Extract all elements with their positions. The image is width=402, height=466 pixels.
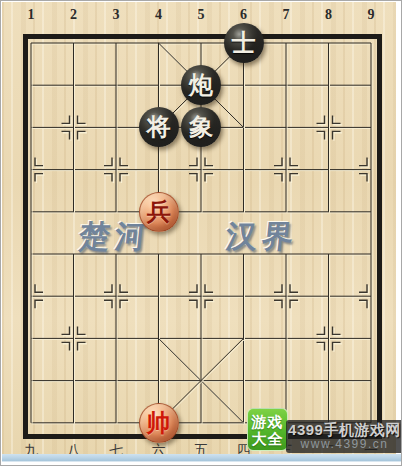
piece-glyph: 将 xyxy=(147,107,171,147)
bottom-strip xyxy=(2,454,402,462)
watermark-logo-icon: 游戏 大全 xyxy=(247,408,288,451)
piece-black-elephant[interactable]: 象 xyxy=(181,107,221,147)
watermark-logo-line2: 大全 xyxy=(252,430,284,447)
watermark-site-name: 4399手机游戏网 xyxy=(288,422,401,438)
watermark-site-url: www.4399.cn xyxy=(301,438,389,451)
coord-bottom-2: 八 xyxy=(52,443,95,454)
piece-glyph: 士 xyxy=(232,23,256,63)
piece-glyph: 兵 xyxy=(147,192,171,232)
watermark-logo-line1: 游戏 xyxy=(252,413,284,430)
coord-bottom-3: 七 xyxy=(95,443,138,454)
piece-black-cannon[interactable]: 炮 xyxy=(181,65,221,105)
watermark-bar: 4399手机游戏网 www.4399.cn xyxy=(286,420,402,453)
piece-red-soldier[interactable]: 兵 xyxy=(139,192,179,232)
piece-glyph: 炮 xyxy=(189,65,213,105)
pieces-layer: 士炮将象兵帅 xyxy=(10,22,393,444)
piece-glyph: 象 xyxy=(189,107,213,147)
xiangqi-screenshot: 123456789 楚河 汉界 九八七六五四三二一 士炮将象兵帅 游戏 大全 4… xyxy=(0,0,402,466)
coord-bottom-5: 五 xyxy=(180,443,223,454)
piece-red-general[interactable]: 帅 xyxy=(139,403,179,443)
piece-black-general[interactable]: 将 xyxy=(139,107,179,147)
coord-bottom-1: 九 xyxy=(10,443,53,454)
watermark: 游戏 大全 4399手机游戏网 www.4399.cn xyxy=(247,408,402,453)
piece-black-advisor[interactable]: 士 xyxy=(224,23,264,63)
coord-bottom-4: 六 xyxy=(137,443,180,454)
piece-glyph: 帅 xyxy=(147,403,171,443)
